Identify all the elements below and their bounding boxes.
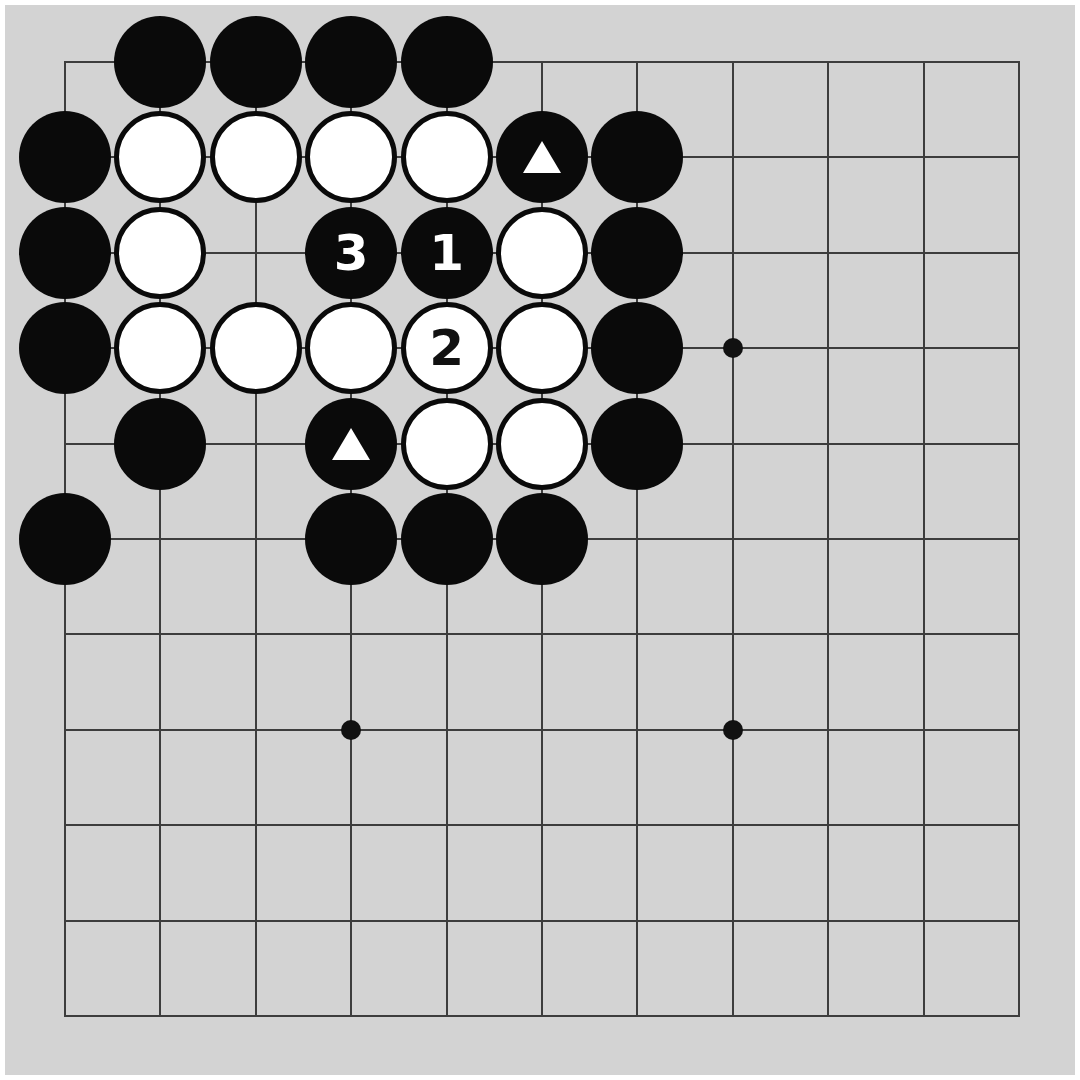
stone-black [591, 207, 683, 299]
triangle-marker-icon [523, 141, 561, 173]
stone-white [114, 302, 206, 394]
move-number-label: 3 [334, 228, 369, 278]
stone-black: 3 [305, 207, 397, 299]
stone-white [496, 398, 588, 490]
stone-black [401, 16, 493, 108]
stone-white [496, 302, 588, 394]
stone-black [210, 16, 302, 108]
stone-black [305, 493, 397, 585]
stone-black [496, 111, 588, 203]
stone-white [210, 111, 302, 203]
stone-black [591, 111, 683, 203]
stone-white [401, 398, 493, 490]
stone-white [114, 207, 206, 299]
stone-black [591, 302, 683, 394]
move-number-label: 1 [429, 228, 464, 278]
go-diagram: 312 [0, 0, 1080, 1080]
stone-white [305, 302, 397, 394]
stone-black [591, 398, 683, 490]
stone-black [19, 207, 111, 299]
stone-black [305, 398, 397, 490]
stone-white [496, 207, 588, 299]
stone-white [305, 111, 397, 203]
stone-black [305, 16, 397, 108]
move-number-label: 2 [429, 323, 464, 373]
stone-black [19, 302, 111, 394]
stone-white [114, 111, 206, 203]
stone-black [19, 493, 111, 585]
stone-white: 2 [401, 302, 493, 394]
stone-white [210, 302, 302, 394]
stone-black [496, 493, 588, 585]
stone-white [401, 111, 493, 203]
triangle-marker-icon [332, 428, 370, 460]
stone-black [401, 493, 493, 585]
stone-layer: 312 [0, 0, 1080, 1080]
stone-black [114, 398, 206, 490]
stone-black: 1 [401, 207, 493, 299]
stone-black [19, 111, 111, 203]
stone-black [114, 16, 206, 108]
